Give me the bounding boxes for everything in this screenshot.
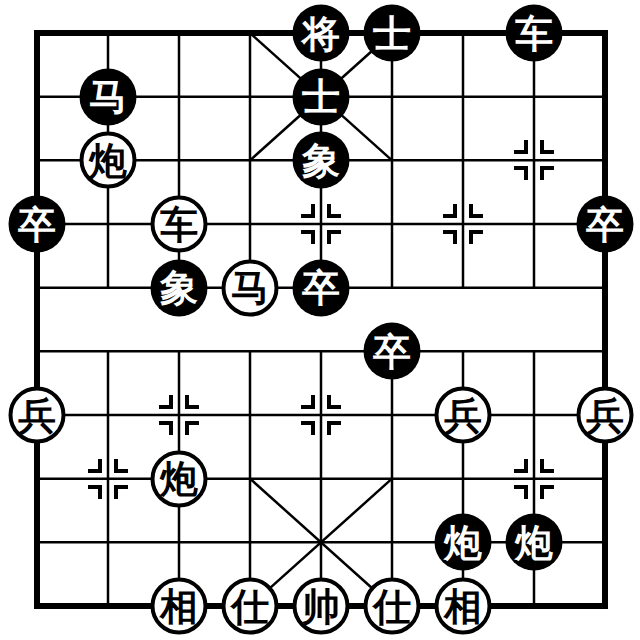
point-marker-corner [114, 459, 128, 473]
point-marker-corner [185, 395, 199, 409]
point-marker-corner [443, 204, 457, 218]
point-marker-corner [114, 485, 128, 499]
point-marker [512, 138, 556, 182]
point-marker [299, 393, 343, 437]
piece-black-advisor[interactable]: 士 [364, 5, 421, 62]
piece-black-advisor[interactable]: 士 [293, 68, 350, 125]
xiangqi-diagram: 将士车马士炮象卒车卒象马卒卒兵兵兵炮炮炮相仕帅仕相 [0, 0, 640, 640]
point-marker-corner [514, 166, 528, 180]
point-marker [512, 457, 556, 501]
piece-black-cannon[interactable]: 炮 [435, 514, 492, 571]
piece-black-soldier[interactable]: 卒 [577, 196, 634, 253]
piece-black-elephant[interactable]: 象 [293, 132, 350, 189]
point-marker-corner [327, 230, 341, 244]
point-marker-corner [301, 230, 315, 244]
piece-red-cannon[interactable]: 炮 [151, 450, 208, 507]
point-marker-corner [327, 395, 341, 409]
point-marker-corner [159, 421, 173, 435]
piece-red-soldier[interactable]: 兵 [9, 387, 66, 444]
point-marker [157, 393, 201, 437]
piece-black-general[interactable]: 将 [293, 5, 350, 62]
point-marker-corner [514, 140, 528, 154]
piece-black-elephant[interactable]: 象 [151, 259, 208, 316]
piece-black-soldier[interactable]: 卒 [364, 323, 421, 380]
point-marker [299, 202, 343, 246]
point-marker-corner [540, 166, 554, 180]
piece-red-soldier[interactable]: 兵 [577, 387, 634, 444]
point-marker-corner [327, 421, 341, 435]
point-marker-corner [514, 485, 528, 499]
piece-red-chariot[interactable]: 车 [151, 196, 208, 253]
piece-red-advisor[interactable]: 仕 [222, 578, 279, 635]
piece-red-elephant[interactable]: 相 [151, 578, 208, 635]
piece-red-advisor[interactable]: 仕 [364, 578, 421, 635]
piece-black-cannon[interactable]: 炮 [506, 514, 563, 571]
piece-black-horse[interactable]: 马 [80, 68, 137, 125]
point-marker-corner [540, 485, 554, 499]
point-marker [86, 457, 130, 501]
point-marker-corner [301, 395, 315, 409]
point-marker-corner [469, 230, 483, 244]
point-marker-corner [469, 204, 483, 218]
piece-red-elephant[interactable]: 相 [435, 578, 492, 635]
piece-red-cannon[interactable]: 炮 [80, 132, 137, 189]
point-marker [441, 202, 485, 246]
point-marker-corner [514, 459, 528, 473]
piece-black-soldier[interactable]: 卒 [293, 259, 350, 316]
point-marker-corner [301, 421, 315, 435]
piece-black-chariot[interactable]: 车 [506, 5, 563, 62]
point-marker-corner [88, 459, 102, 473]
piece-red-horse[interactable]: 马 [222, 259, 279, 316]
point-marker-corner [327, 204, 341, 218]
point-marker-corner [301, 204, 315, 218]
point-marker-corner [540, 459, 554, 473]
piece-red-general[interactable]: 帅 [293, 578, 350, 635]
point-marker-corner [88, 485, 102, 499]
point-marker-corner [443, 230, 457, 244]
point-marker-corner [185, 421, 199, 435]
piece-black-soldier[interactable]: 卒 [9, 196, 66, 253]
piece-red-soldier[interactable]: 兵 [435, 387, 492, 444]
point-marker-corner [540, 140, 554, 154]
point-marker-corner [159, 395, 173, 409]
